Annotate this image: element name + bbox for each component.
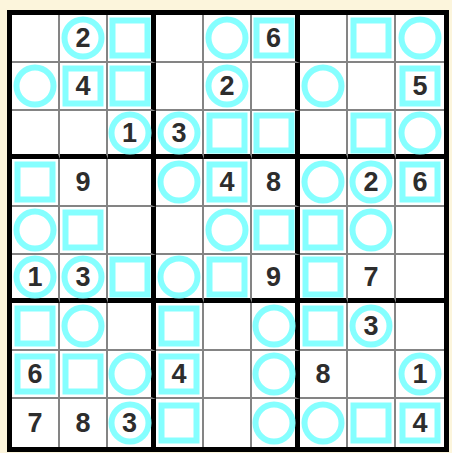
given-digit: 2 [75,25,90,52]
cell-r2c7[interactable] [300,63,348,111]
cell-r1c6[interactable]: 6 [252,15,300,63]
given-digit: 4 [412,410,427,437]
cell-r7c6[interactable] [252,303,300,351]
circle-mark-icon [108,353,151,396]
square-mark-icon [109,18,150,59]
cell-r5c4[interactable] [156,207,204,255]
cell-r3c1[interactable] [12,111,60,159]
cell-r5c6[interactable] [252,207,300,255]
given-digit: 4 [219,169,234,196]
square-mark-icon [253,112,294,153]
cell-r6c5[interactable] [204,255,252,303]
square-mark-icon [159,403,200,444]
circle-mark-icon [350,209,393,252]
cell-r4c2[interactable]: 9 [60,159,108,207]
cell-r9c1[interactable]: 7 [12,399,60,447]
cell-r1c2[interactable]: 2 [60,15,108,63]
cell-r3c4[interactable]: 3 [156,111,204,159]
cell-r8c4[interactable]: 4 [156,351,204,399]
given-digit: 1 [122,120,137,147]
square-mark-icon [207,256,248,297]
square-mark-icon [351,112,392,153]
cell-r4c8[interactable]: 2 [348,159,396,207]
square-mark-icon [63,354,104,395]
circle-mark-icon [62,305,105,348]
circle-mark-icon [252,305,295,348]
cell-r6c6[interactable]: 9 [252,255,300,303]
cell-r9c6[interactable] [252,399,300,447]
cell-r1c1[interactable] [12,15,60,63]
given-digit: 1 [27,264,42,291]
cell-r5c3[interactable] [108,207,156,255]
square-mark-icon [109,256,150,297]
cell-r7c8[interactable]: 3 [348,303,396,351]
cell-r4c7[interactable] [300,159,348,207]
given-digit: 2 [363,169,378,196]
cell-r7c9[interactable] [396,303,444,351]
cell-r5c9[interactable] [396,207,444,255]
square-mark-icon [63,210,104,251]
circle-mark-icon [302,65,345,108]
circle-mark-icon [302,161,345,204]
given-digit: 7 [27,410,42,437]
circle-mark-icon [252,353,295,396]
cell-r6c1[interactable]: 1 [12,255,60,303]
cell-r3c9[interactable] [396,111,444,159]
circle-mark-icon [399,17,442,60]
cell-r7c5[interactable] [204,303,252,351]
cell-r4c5[interactable]: 4 [204,159,252,207]
square-mark-icon [351,18,392,59]
cell-r4c6[interactable]: 8 [252,159,300,207]
cell-r8c6[interactable] [252,351,300,399]
cell-r9c8[interactable] [348,399,396,447]
cell-r5c7[interactable] [300,207,348,255]
cell-r2c1[interactable] [12,63,60,111]
square-mark-icon [207,112,248,153]
circle-mark-icon [14,65,57,108]
given-digit: 2 [219,73,234,100]
cell-r5c8[interactable] [348,207,396,255]
given-digit: 6 [412,169,427,196]
cell-r8c1[interactable]: 6 [12,351,60,399]
cell-r6c7[interactable] [300,255,348,303]
cell-r1c5[interactable] [204,15,252,63]
given-digit: 6 [27,361,42,388]
square-mark-icon [351,403,392,444]
given-digit: 3 [171,120,186,147]
given-digit: 1 [412,361,427,388]
cell-r7c4[interactable] [156,303,204,351]
given-digit: 8 [266,169,281,196]
cell-r1c9[interactable] [396,15,444,63]
given-digit: 3 [75,264,90,291]
cell-r9c3[interactable]: 3 [108,399,156,447]
square-mark-icon [303,210,344,251]
square-mark-icon [303,256,344,297]
cell-r3c5[interactable] [204,111,252,159]
cell-r5c1[interactable] [12,207,60,255]
cell-r8c9[interactable]: 1 [396,351,444,399]
given-digit: 4 [171,361,186,388]
given-digit: 3 [363,313,378,340]
cell-r3c2[interactable] [60,111,108,159]
given-digit: 4 [75,73,90,100]
cell-r1c7[interactable] [300,15,348,63]
cell-r8c2[interactable] [60,351,108,399]
cell-r1c8[interactable] [348,15,396,63]
cell-r4c9[interactable]: 6 [396,159,444,207]
cell-r6c3[interactable] [108,255,156,303]
circle-mark-icon [302,402,345,445]
circle-mark-icon [399,111,442,154]
cell-r8c8[interactable] [348,351,396,399]
cell-r5c5[interactable] [204,207,252,255]
cell-r1c3[interactable] [108,15,156,63]
square-mark-icon [15,306,56,347]
circle-mark-icon [158,161,201,204]
cell-r8c7[interactable]: 8 [300,351,348,399]
cell-r4c4[interactable] [156,159,204,207]
cell-r2c8[interactable] [348,63,396,111]
given-digit: 6 [266,25,281,52]
given-digit: 8 [75,410,90,437]
cell-r2c9[interactable]: 5 [396,63,444,111]
cell-r9c9[interactable]: 4 [396,399,444,447]
circle-mark-icon [206,17,249,60]
square-mark-icon [303,306,344,347]
cell-r6c9[interactable] [396,255,444,303]
cell-r2c3[interactable] [108,63,156,111]
cell-r8c5[interactable] [204,351,252,399]
cell-r3c3[interactable]: 1 [108,111,156,159]
cell-r2c5[interactable]: 2 [204,63,252,111]
sudoku-board: 2642513948261397364817834 [7,10,449,452]
circle-mark-icon [206,209,249,252]
cell-r9c5[interactable] [204,399,252,447]
page-background: 2642513948261397364817834 [0,0,452,453]
cell-r5c2[interactable] [60,207,108,255]
given-digit: 9 [266,264,281,291]
given-digit: 3 [122,410,137,437]
given-digit: 8 [315,361,330,388]
circle-mark-icon [252,402,295,445]
given-digit: 5 [412,73,427,100]
cell-r9c7[interactable] [300,399,348,447]
given-digit: 7 [363,264,378,291]
cell-r3c8[interactable] [348,111,396,159]
cell-r8c3[interactable] [108,351,156,399]
square-mark-icon [159,306,200,347]
cell-r2c2[interactable]: 4 [60,63,108,111]
cell-r7c3[interactable] [108,303,156,351]
cell-r6c4[interactable] [156,255,204,303]
cell-r2c4[interactable] [156,63,204,111]
cell-r9c4[interactable] [156,399,204,447]
cell-r3c7[interactable] [300,111,348,159]
cell-r7c7[interactable] [300,303,348,351]
cell-r2c6[interactable] [252,63,300,111]
cell-r3c6[interactable] [252,111,300,159]
cell-r9c2[interactable]: 8 [60,399,108,447]
square-mark-icon [253,210,294,251]
circle-mark-icon [158,255,201,298]
square-mark-icon [109,66,150,107]
cell-r6c8[interactable]: 7 [348,255,396,303]
cell-r7c1[interactable] [12,303,60,351]
circle-mark-icon [14,209,57,252]
cell-r4c1[interactable] [12,159,60,207]
cell-r6c2[interactable]: 3 [60,255,108,303]
cell-r7c2[interactable] [60,303,108,351]
square-mark-icon [15,162,56,203]
cell-r4c3[interactable] [108,159,156,207]
given-digit: 9 [75,169,90,196]
cell-r1c4[interactable] [156,15,204,63]
